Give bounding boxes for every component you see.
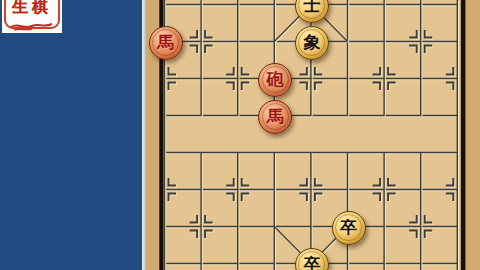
- xiangqi-board[interactable]: 馬砲馬士象卒卒: [142, 0, 480, 270]
- board-edge-bevel: [142, 0, 146, 270]
- piece-character: 馬: [267, 108, 284, 125]
- piece-character: 卒: [303, 256, 320, 270]
- piece-character: 砲: [267, 71, 284, 88]
- side-panel: 生棋: [0, 0, 142, 270]
- logo-text: 生棋: [2, 0, 62, 18]
- piece-character: 象: [303, 34, 320, 51]
- red-horse[interactable]: 馬: [258, 100, 292, 134]
- piece-character: 士: [303, 0, 320, 14]
- black-elephant[interactable]: 象: [295, 26, 329, 60]
- piece-character: 馬: [157, 34, 174, 51]
- red-cannon[interactable]: 砲: [258, 63, 292, 97]
- red-horse[interactable]: 馬: [149, 26, 183, 60]
- app-window: 生棋 馬砲馬士象卒卒: [0, 0, 480, 270]
- logo-stamp: 生棋: [2, 0, 62, 33]
- seal-flourish-icon: [8, 20, 56, 32]
- black-soldier[interactable]: 卒: [332, 211, 366, 245]
- piece-character: 卒: [340, 219, 357, 236]
